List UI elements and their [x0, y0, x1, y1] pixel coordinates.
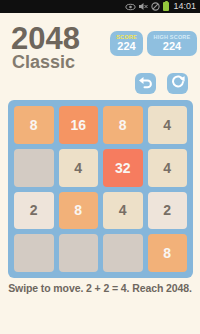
eye-icon: [125, 3, 136, 11]
score-box: SCORE 224: [110, 31, 143, 56]
empty-cell: [14, 149, 54, 187]
high-score-value: 224: [163, 40, 181, 52]
undo-button[interactable]: [135, 73, 156, 94]
undo-icon: [138, 76, 153, 92]
tile-32: 32: [103, 149, 143, 187]
high-score-box: HIGH SCORE 224: [147, 31, 197, 56]
status-time: 14:01: [173, 0, 196, 13]
tile-16: 16: [59, 106, 99, 144]
refresh-button[interactable]: [167, 73, 188, 94]
tile-8: 8: [59, 192, 99, 230]
tile-4: 4: [148, 149, 188, 187]
status-bar: 14:01: [0, 0, 200, 13]
empty-cell: [103, 234, 143, 272]
hint-text: Swipe to move. 2 + 2 = 4. Reach 2048.: [0, 282, 200, 294]
tile-4: 4: [59, 149, 99, 187]
score-value: 224: [117, 40, 135, 52]
tile-8: 8: [148, 234, 188, 272]
mode-label: Classic: [12, 52, 75, 73]
tile-8: 8: [14, 106, 54, 144]
tile-4: 4: [103, 192, 143, 230]
game-board[interactable]: 81684432428428: [8, 100, 193, 278]
empty-cell: [59, 234, 99, 272]
empty-cell: [14, 234, 54, 272]
phone-screen: 14:01 2048 Classic SCORE 224 HIGH SCORE …: [0, 0, 200, 334]
no-signal-icon: [151, 2, 160, 11]
mute-icon: [139, 2, 148, 11]
refresh-icon: [171, 75, 185, 92]
tile-4: 4: [148, 106, 188, 144]
tile-2: 2: [148, 192, 188, 230]
tile-8: 8: [103, 106, 143, 144]
tile-2: 2: [14, 192, 54, 230]
battery-icon: [163, 2, 169, 11]
